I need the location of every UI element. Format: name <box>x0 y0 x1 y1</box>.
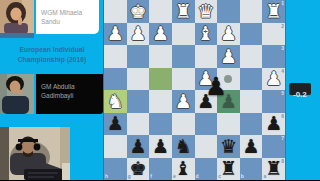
square-b1[interactable] <box>240 0 263 23</box>
piece-white-pawn[interactable]: ♟ <box>107 24 124 43</box>
piece-white-king[interactable]: ♚ <box>129 2 146 21</box>
square-e5[interactable]: ♟ <box>172 90 195 113</box>
square-a7[interactable]: 7 <box>262 135 285 158</box>
square-d6[interactable] <box>195 113 218 136</box>
dragged-black-pawn[interactable]: ♟ <box>203 74 229 100</box>
piece-white-rook[interactable]: ♜ <box>175 2 192 21</box>
square-b8[interactable]: b <box>240 158 263 181</box>
coord-file-d: d <box>196 174 199 179</box>
square-d2[interactable]: ♝ <box>195 23 218 46</box>
square-b6[interactable] <box>240 113 263 136</box>
square-g3[interactable] <box>127 45 150 68</box>
player-top-name-line1: WGM Mihaela <box>41 8 99 17</box>
square-a3[interactable]: 3 <box>262 45 285 68</box>
chess-board: ♚♜♛♜1♟♟♟♝♟2♟3♟♟4♞♟♟♟5♟♟6♟♟♞♛♟7h♚gf♝ed♜cb… <box>104 0 285 180</box>
square-e3[interactable] <box>172 45 195 68</box>
piece-white-knight[interactable]: ♞ <box>107 92 124 111</box>
square-b5[interactable] <box>240 90 263 113</box>
piece-white-pawn[interactable]: ♟ <box>265 69 282 88</box>
piece-black-pawn[interactable]: ♟ <box>243 137 260 156</box>
square-c8[interactable]: ♜c <box>217 158 240 181</box>
event-title: European Individual Championship (2016) <box>0 45 104 64</box>
coord-rank-5: 5 <box>281 91 284 96</box>
piece-black-bishop[interactable]: ♝ <box>175 159 192 178</box>
coord-file-b: b <box>241 174 244 179</box>
player-bottom-portrait <box>0 74 34 114</box>
square-f6[interactable] <box>149 113 172 136</box>
square-g6[interactable] <box>127 113 150 136</box>
square-b4[interactable] <box>240 68 263 91</box>
square-f4[interactable] <box>149 68 172 91</box>
piece-white-pawn[interactable]: ♟ <box>220 47 237 66</box>
square-g4[interactable] <box>127 68 150 91</box>
square-g5[interactable] <box>127 90 150 113</box>
commentator-webcam-image <box>0 127 70 180</box>
square-e2[interactable] <box>172 23 195 46</box>
square-b3[interactable] <box>240 45 263 68</box>
square-c1[interactable] <box>217 0 240 23</box>
square-c2[interactable]: ♟ <box>217 23 240 46</box>
square-g1[interactable]: ♚ <box>127 0 150 23</box>
player-top-photo <box>0 0 34 38</box>
square-h1[interactable] <box>104 0 127 23</box>
stream-frame: WGM Mihaela Sandu European Individual Ch… <box>0 0 320 180</box>
piece-white-pawn[interactable]: ♟ <box>175 92 192 111</box>
piece-black-pawn[interactable]: ♟ <box>129 137 146 156</box>
player-bottom-name-line2: Gadimbayli <box>41 91 103 100</box>
square-d8[interactable]: d <box>195 158 218 181</box>
square-f1[interactable] <box>149 0 172 23</box>
square-h4[interactable] <box>104 68 127 91</box>
piece-black-knight[interactable]: ♞ <box>175 137 192 156</box>
player-bottom-card: GM Abdulla Gadimbayli <box>36 74 103 114</box>
square-f5[interactable] <box>149 90 172 113</box>
square-g2[interactable]: ♟ <box>127 23 150 46</box>
square-e1[interactable]: ♜ <box>172 0 195 23</box>
piece-white-pawn[interactable]: ♟ <box>220 24 237 43</box>
square-c6[interactable] <box>217 113 240 136</box>
square-a8[interactable]: ♜8a <box>262 158 285 181</box>
piece-white-pawn[interactable]: ♟ <box>129 24 146 43</box>
square-h3[interactable] <box>104 45 127 68</box>
square-c7[interactable]: ♛ <box>217 135 240 158</box>
square-a4[interactable]: ♟4 <box>262 68 285 91</box>
event-title-line1: European Individual <box>0 45 104 55</box>
piece-white-pawn[interactable]: ♟ <box>152 24 169 43</box>
square-g8[interactable]: ♚g <box>127 158 150 181</box>
square-h6[interactable]: ♟ <box>104 113 127 136</box>
coord-file-e: e <box>173 174 176 179</box>
square-f7[interactable]: ♟ <box>149 135 172 158</box>
square-f3[interactable] <box>149 45 172 68</box>
piece-black-pawn[interactable]: ♟ <box>107 114 124 133</box>
square-e8[interactable]: ♝e <box>172 158 195 181</box>
piece-black-queen[interactable]: ♛ <box>220 137 237 156</box>
player-top-portrait <box>0 0 34 38</box>
coord-rank-6: 6 <box>281 114 284 119</box>
square-f8[interactable]: f <box>149 158 172 181</box>
coord-rank-2: 2 <box>281 24 284 29</box>
piece-white-bishop[interactable]: ♝ <box>197 24 214 43</box>
piece-white-queen[interactable]: ♛ <box>197 2 214 21</box>
square-a6[interactable]: ♟6 <box>262 113 285 136</box>
piece-black-rook[interactable]: ♜ <box>220 159 237 178</box>
square-h5[interactable]: ♞ <box>104 90 127 113</box>
square-b2[interactable] <box>240 23 263 46</box>
player-top-name-line2: Sandu <box>41 17 99 26</box>
square-d3[interactable] <box>195 45 218 68</box>
eval-badge: -0.2 <box>289 83 311 95</box>
coord-rank-3: 3 <box>281 46 284 51</box>
player-top-card: WGM Mihaela Sandu <box>36 0 99 34</box>
event-title-line2: Championship (2016) <box>0 55 104 65</box>
coord-rank-1: 1 <box>281 1 284 6</box>
coord-rank-8: 8 <box>281 159 284 164</box>
square-b7[interactable]: ♟ <box>240 135 263 158</box>
square-d1[interactable]: ♛ <box>195 0 218 23</box>
piece-black-pawn[interactable]: ♟ <box>152 137 169 156</box>
eval-score: -0.2 <box>293 90 307 99</box>
square-f2[interactable]: ♟ <box>149 23 172 46</box>
square-a1[interactable]: ♜1 <box>262 0 285 23</box>
coord-rank-7: 7 <box>281 136 284 141</box>
square-d7[interactable] <box>195 135 218 158</box>
piece-black-pawn[interactable]: ♟ <box>265 114 282 133</box>
square-h8[interactable]: h <box>104 158 127 181</box>
player-bottom-photo <box>0 74 34 114</box>
coord-file-a: a <box>263 174 266 179</box>
player-bottom-name-line1: GM Abdulla <box>41 82 103 91</box>
square-e7[interactable]: ♞ <box>172 135 195 158</box>
coord-file-c: c <box>218 174 221 179</box>
coord-rank-4: 4 <box>281 69 284 74</box>
square-c3[interactable]: ♟ <box>217 45 240 68</box>
square-h7[interactable] <box>104 135 127 158</box>
coord-file-f: f <box>150 174 152 179</box>
piece-black-rook[interactable]: ♜ <box>265 159 282 178</box>
coord-file-g: g <box>128 174 131 179</box>
coord-file-h: h <box>105 174 108 179</box>
commentator-webcam <box>0 127 70 180</box>
square-a2[interactable]: 2 <box>262 23 285 46</box>
square-h2[interactable]: ♟ <box>104 23 127 46</box>
piece-black-king[interactable]: ♚ <box>129 159 146 178</box>
square-e6[interactable] <box>172 113 195 136</box>
piece-white-rook[interactable]: ♜ <box>265 2 282 21</box>
square-g7[interactable]: ♟ <box>127 135 150 158</box>
square-e4[interactable] <box>172 68 195 91</box>
square-a5[interactable]: 5 <box>262 90 285 113</box>
